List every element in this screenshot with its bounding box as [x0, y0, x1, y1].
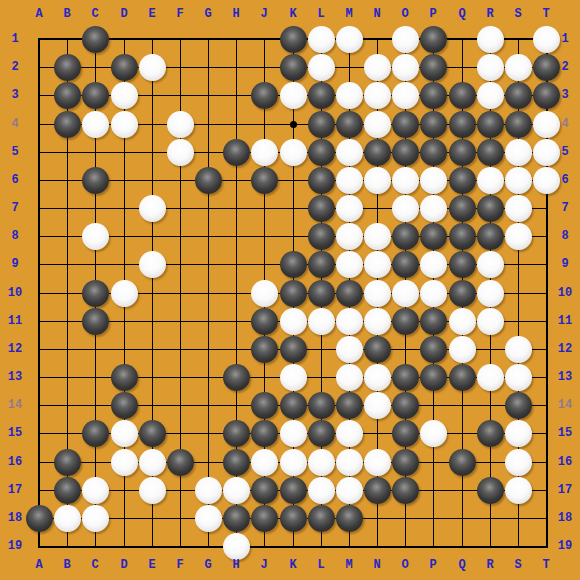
row-label-left: 8	[11, 229, 18, 243]
stone-black	[251, 336, 278, 363]
stone-black	[449, 364, 476, 391]
stone-white	[364, 392, 391, 419]
stone-white	[336, 420, 363, 447]
stone-black	[280, 392, 307, 419]
stone-black	[280, 505, 307, 532]
stone-white	[477, 251, 504, 278]
stone-white	[364, 111, 391, 138]
stone-white	[505, 223, 532, 250]
stone-black	[392, 477, 419, 504]
col-label-top: G	[204, 7, 211, 21]
stone-black	[420, 139, 447, 166]
stone-black	[392, 420, 419, 447]
row-label-left: 12	[8, 342, 22, 356]
row-label-left: 13	[8, 370, 22, 384]
stone-black	[280, 54, 307, 81]
stone-black	[223, 420, 250, 447]
stone-white	[364, 449, 391, 476]
stone-white	[82, 111, 109, 138]
col-label-bottom: G	[204, 558, 211, 572]
stone-black	[477, 223, 504, 250]
stone-black	[392, 308, 419, 335]
stone-black	[449, 280, 476, 307]
stone-black	[477, 139, 504, 166]
stone-white	[111, 111, 138, 138]
col-label-bottom: O	[401, 558, 408, 572]
stone-black	[54, 54, 81, 81]
stone-black	[336, 111, 363, 138]
stone-white	[477, 167, 504, 194]
stone-white	[139, 251, 166, 278]
stone-white	[223, 533, 250, 560]
stone-black	[251, 477, 278, 504]
stone-black	[420, 111, 447, 138]
stone-black	[392, 251, 419, 278]
stone-black	[82, 420, 109, 447]
stone-white	[505, 420, 532, 447]
row-label-right: 15	[558, 426, 572, 440]
col-label-bottom: F	[176, 558, 183, 572]
stone-black	[308, 82, 335, 109]
stone-white	[336, 449, 363, 476]
stone-black	[111, 54, 138, 81]
stone-white	[364, 251, 391, 278]
stone-black	[280, 336, 307, 363]
col-label-bottom: S	[514, 558, 521, 572]
stone-black	[308, 251, 335, 278]
stone-white	[195, 505, 222, 532]
stone-black	[54, 477, 81, 504]
row-label-right: 18	[558, 511, 572, 525]
row-label-right: 12	[558, 342, 572, 356]
col-label-top: N	[373, 7, 380, 21]
stone-white	[505, 449, 532, 476]
stone-white	[111, 280, 138, 307]
stone-white	[533, 139, 560, 166]
stone-black	[336, 505, 363, 532]
stone-black	[251, 167, 278, 194]
stone-white	[280, 449, 307, 476]
stone-white	[420, 280, 447, 307]
stone-black	[251, 308, 278, 335]
row-label-right: 14	[558, 398, 572, 412]
row-label-right: 4	[561, 117, 568, 131]
stone-black	[449, 223, 476, 250]
stone-black	[392, 449, 419, 476]
col-label-top: S	[514, 7, 521, 21]
stone-black	[477, 477, 504, 504]
stone-white	[195, 477, 222, 504]
stone-black	[308, 111, 335, 138]
col-label-bottom: C	[91, 558, 98, 572]
col-label-bottom: J	[260, 558, 267, 572]
stone-white	[336, 82, 363, 109]
stone-white	[477, 54, 504, 81]
stone-black	[251, 420, 278, 447]
stone-white	[477, 26, 504, 53]
stone-black	[420, 336, 447, 363]
col-label-top: A	[35, 7, 42, 21]
row-label-right: 7	[561, 201, 568, 215]
col-label-top: F	[176, 7, 183, 21]
row-label-right: 9	[561, 257, 568, 271]
stone-black	[308, 280, 335, 307]
col-label-bottom: R	[486, 558, 493, 572]
row-label-right: 11	[558, 314, 572, 328]
stone-black	[449, 111, 476, 138]
stone-white	[308, 449, 335, 476]
stone-white	[82, 477, 109, 504]
stone-white	[82, 505, 109, 532]
stone-black	[280, 251, 307, 278]
stone-white	[336, 251, 363, 278]
stone-black	[308, 195, 335, 222]
stone-white	[111, 449, 138, 476]
col-label-bottom: T	[542, 558, 549, 572]
row-label-right: 17	[558, 483, 572, 497]
row-label-right: 13	[558, 370, 572, 384]
stone-white	[111, 82, 138, 109]
stone-white	[336, 308, 363, 335]
stone-black	[223, 364, 250, 391]
stone-black	[308, 167, 335, 194]
stone-white	[336, 477, 363, 504]
stone-black	[54, 449, 81, 476]
col-label-top: D	[120, 7, 127, 21]
stone-black	[111, 392, 138, 419]
stone-white	[251, 280, 278, 307]
stone-black	[26, 505, 53, 532]
stone-black	[477, 195, 504, 222]
stone-white	[477, 280, 504, 307]
col-label-top: L	[317, 7, 324, 21]
col-label-bottom: Q	[458, 558, 465, 572]
row-label-left: 11	[8, 314, 22, 328]
stone-black	[280, 477, 307, 504]
row-label-left: 3	[11, 88, 18, 102]
stone-black	[308, 505, 335, 532]
stone-white	[111, 420, 138, 447]
stone-white	[336, 167, 363, 194]
stone-white	[251, 139, 278, 166]
stone-white	[308, 54, 335, 81]
col-label-bottom: N	[373, 558, 380, 572]
stone-black	[449, 251, 476, 278]
col-label-top: C	[91, 7, 98, 21]
stone-white	[139, 477, 166, 504]
stone-black	[223, 139, 250, 166]
col-label-top: P	[429, 7, 436, 21]
stone-white	[308, 308, 335, 335]
stone-black	[392, 392, 419, 419]
stone-black	[251, 82, 278, 109]
row-label-left: 6	[11, 173, 18, 187]
stone-white	[223, 477, 250, 504]
stone-black	[364, 477, 391, 504]
stone-black	[223, 449, 250, 476]
stone-white	[505, 139, 532, 166]
stone-white	[139, 195, 166, 222]
stone-white	[420, 167, 447, 194]
stone-black	[505, 392, 532, 419]
stone-white	[505, 336, 532, 363]
stone-white	[280, 364, 307, 391]
stone-black	[111, 364, 138, 391]
stone-black	[82, 82, 109, 109]
row-label-left: 4	[11, 117, 18, 131]
stone-black	[449, 82, 476, 109]
col-label-bottom: M	[345, 558, 352, 572]
stone-black	[533, 54, 560, 81]
stone-black	[308, 223, 335, 250]
stone-white	[364, 167, 391, 194]
row-label-right: 6	[561, 173, 568, 187]
stone-white	[392, 280, 419, 307]
row-label-left: 17	[8, 483, 22, 497]
stone-white	[533, 26, 560, 53]
stone-white	[308, 26, 335, 53]
stone-white	[392, 82, 419, 109]
col-label-top: R	[486, 7, 493, 21]
stone-black	[364, 336, 391, 363]
row-label-left: 7	[11, 201, 18, 215]
row-label-right: 19	[558, 539, 572, 553]
stone-black	[392, 223, 419, 250]
stone-black	[449, 139, 476, 166]
col-label-bottom: H	[232, 558, 239, 572]
stone-black	[336, 392, 363, 419]
stone-black	[449, 195, 476, 222]
row-label-left: 2	[11, 60, 18, 74]
stone-white	[336, 195, 363, 222]
row-label-right: 8	[561, 229, 568, 243]
stone-black	[420, 308, 447, 335]
stone-black	[477, 420, 504, 447]
stone-white	[505, 364, 532, 391]
go-board[interactable]: AABBCCDDEEFFGGHHJJKKLLMMNNOOPPQQRRSSTT11…	[0, 0, 580, 580]
col-label-bottom: K	[289, 558, 296, 572]
stone-black	[364, 139, 391, 166]
col-label-top: O	[401, 7, 408, 21]
stone-white	[392, 54, 419, 81]
stone-black	[392, 111, 419, 138]
row-label-left: 14	[8, 398, 22, 412]
col-label-top: E	[148, 7, 155, 21]
stone-black	[82, 26, 109, 53]
col-label-top: M	[345, 7, 352, 21]
stone-white	[336, 364, 363, 391]
stone-white	[477, 364, 504, 391]
stone-black	[420, 54, 447, 81]
col-label-top: B	[63, 7, 70, 21]
stone-black	[420, 82, 447, 109]
stone-white	[364, 308, 391, 335]
stone-black	[54, 111, 81, 138]
stone-white	[139, 54, 166, 81]
row-label-right: 1	[561, 32, 568, 46]
col-label-bottom: D	[120, 558, 127, 572]
stone-white	[139, 449, 166, 476]
stone-white	[505, 167, 532, 194]
stone-black	[167, 449, 194, 476]
stone-black	[477, 111, 504, 138]
col-label-top: H	[232, 7, 239, 21]
row-label-right: 16	[558, 455, 572, 469]
stone-white	[420, 251, 447, 278]
stone-white	[449, 308, 476, 335]
stone-black	[223, 505, 250, 532]
stone-black	[308, 139, 335, 166]
stone-black	[251, 392, 278, 419]
stone-white	[280, 420, 307, 447]
row-label-left: 10	[8, 286, 22, 300]
stone-black	[449, 167, 476, 194]
col-label-bottom: L	[317, 558, 324, 572]
col-label-top: K	[289, 7, 296, 21]
stone-white	[364, 364, 391, 391]
row-label-left: 18	[8, 511, 22, 525]
stone-white	[336, 336, 363, 363]
stone-black	[336, 280, 363, 307]
stone-white	[167, 111, 194, 138]
col-label-bottom: P	[429, 558, 436, 572]
stone-black	[195, 167, 222, 194]
stone-white	[364, 82, 391, 109]
stone-black	[82, 167, 109, 194]
stone-black	[420, 26, 447, 53]
stone-white	[420, 420, 447, 447]
stone-black	[82, 280, 109, 307]
col-label-top: J	[260, 7, 267, 21]
row-label-left: 16	[8, 455, 22, 469]
col-label-top: Q	[458, 7, 465, 21]
col-label-top: T	[542, 7, 549, 21]
stone-black	[392, 139, 419, 166]
row-label-left: 19	[8, 539, 22, 553]
stone-black	[505, 82, 532, 109]
stone-white	[505, 54, 532, 81]
stone-white	[336, 26, 363, 53]
col-label-bottom: B	[63, 558, 70, 572]
stone-white	[449, 336, 476, 363]
row-label-right: 2	[561, 60, 568, 74]
stone-black	[420, 223, 447, 250]
stone-black	[449, 449, 476, 476]
stone-white	[251, 449, 278, 476]
col-label-bottom: E	[148, 558, 155, 572]
stone-white	[336, 223, 363, 250]
stone-white	[336, 139, 363, 166]
stone-black	[251, 505, 278, 532]
stone-white	[167, 139, 194, 166]
row-label-right: 5	[561, 145, 568, 159]
stone-black	[308, 392, 335, 419]
stone-white	[477, 82, 504, 109]
stone-black	[392, 364, 419, 391]
stone-white	[280, 139, 307, 166]
stone-white	[54, 505, 81, 532]
stone-white	[280, 308, 307, 335]
stone-black	[280, 26, 307, 53]
row-label-left: 5	[11, 145, 18, 159]
stone-black	[280, 280, 307, 307]
star-point	[290, 121, 297, 128]
stone-white	[420, 195, 447, 222]
stone-black	[82, 308, 109, 335]
stone-black	[54, 82, 81, 109]
stone-white	[280, 82, 307, 109]
stone-white	[392, 26, 419, 53]
stone-white	[364, 54, 391, 81]
stone-white	[82, 223, 109, 250]
row-label-right: 10	[558, 286, 572, 300]
stone-white	[505, 477, 532, 504]
stone-white	[364, 280, 391, 307]
stone-black	[139, 420, 166, 447]
stone-black	[533, 82, 560, 109]
row-label-left: 9	[11, 257, 18, 271]
row-label-left: 15	[8, 426, 22, 440]
row-label-right: 3	[561, 88, 568, 102]
col-label-bottom: A	[35, 558, 42, 572]
stone-white	[505, 195, 532, 222]
stone-white	[392, 167, 419, 194]
stone-white	[533, 111, 560, 138]
stone-white	[364, 223, 391, 250]
stone-black	[420, 364, 447, 391]
stone-black	[308, 420, 335, 447]
stone-white	[392, 195, 419, 222]
row-label-left: 1	[11, 32, 18, 46]
stone-black	[505, 111, 532, 138]
stone-white	[477, 308, 504, 335]
stone-white	[308, 477, 335, 504]
stone-white	[533, 167, 560, 194]
